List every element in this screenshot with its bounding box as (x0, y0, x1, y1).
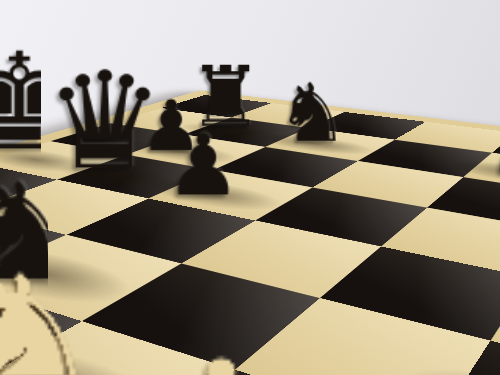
chess-photo-scene: ♜♞♟♟♟♚♛♟♟♞♞♟♟♞♟♟♟♜♟ (0, 0, 500, 375)
white-pawn-piece[interactable]: ♟ (481, 303, 500, 375)
chess-board: ♜♞♟♟♟♚♛♟♟♞♞♟♟♞♟♟♟♜♟ (0, 95, 500, 375)
black-knight-piece[interactable]: ♞ (276, 72, 349, 153)
white-knight-piece[interactable]: ♞ (0, 250, 107, 375)
black-pawn-piece[interactable]: ♟ (488, 108, 500, 185)
white-pawn-piece[interactable]: ♟ (140, 338, 299, 375)
black-pawn-piece[interactable]: ♟ (165, 124, 240, 208)
chess-board-wrapper: ♜♞♟♟♟♚♛♟♟♞♞♟♟♞♟♟♟♜♟ (0, 90, 500, 375)
